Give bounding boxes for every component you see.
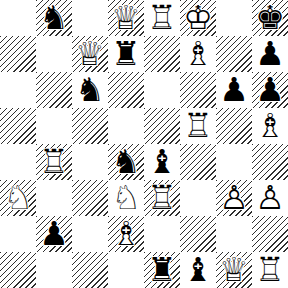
- square-f3[interactable]: [180, 180, 216, 216]
- piece-white-knight: ♞♘: [3, 180, 33, 216]
- piece-glyph: ♝: [147, 142, 177, 181]
- square-g3[interactable]: ♟♙: [216, 180, 252, 216]
- square-e1[interactable]: ♜♜: [144, 252, 180, 288]
- square-g7[interactable]: [216, 36, 252, 72]
- piece-white-king: ♚♔: [183, 0, 213, 36]
- piece-black-pawn: ♟♟: [255, 36, 285, 72]
- square-c8[interactable]: [72, 0, 108, 36]
- piece-black-knight: ♞♞: [39, 0, 69, 36]
- piece-glyph: ♖: [39, 142, 69, 181]
- piece-white-queen: ♛♕: [219, 252, 249, 288]
- piece-glyph: ♖: [147, 0, 177, 37]
- square-e8[interactable]: ♜♖: [144, 0, 180, 36]
- square-d5[interactable]: [108, 108, 144, 144]
- square-e7[interactable]: [144, 36, 180, 72]
- square-c3[interactable]: [72, 180, 108, 216]
- square-g6[interactable]: ♟♟: [216, 72, 252, 108]
- square-a2[interactable]: [0, 216, 36, 252]
- square-h6[interactable]: ♟♟: [252, 72, 288, 108]
- square-f8[interactable]: ♚♔: [180, 0, 216, 36]
- square-b3[interactable]: [36, 180, 72, 216]
- square-b1[interactable]: [36, 252, 72, 288]
- piece-glyph: ♟: [255, 70, 285, 109]
- square-d3[interactable]: ♞♘: [108, 180, 144, 216]
- square-f4[interactable]: [180, 144, 216, 180]
- piece-black-pawn: ♟♟: [219, 72, 249, 108]
- piece-white-rook: ♜♖: [39, 144, 69, 180]
- square-d8[interactable]: ♛♕: [108, 0, 144, 36]
- piece-white-bishop: ♝♗: [111, 216, 141, 252]
- piece-black-pawn: ♟♟: [255, 72, 285, 108]
- chess-board: ♞♞♛♕♜♖♚♔♚♚♛♕♜♜♝♗♟♟♞♞♟♟♟♟♜♖♝♗♜♖♞♞♝♝♞♘♞♘♜♖…: [0, 0, 288, 288]
- square-g5[interactable]: [216, 108, 252, 144]
- piece-glyph: ♗: [183, 34, 213, 73]
- piece-black-pawn: ♟♟: [39, 216, 69, 252]
- piece-glyph: ♙: [255, 178, 285, 217]
- piece-glyph: ♟: [39, 214, 69, 253]
- piece-glyph: ♖: [255, 250, 285, 288]
- square-a1[interactable]: [0, 252, 36, 288]
- square-b5[interactable]: [36, 108, 72, 144]
- piece-black-rook: ♜♜: [147, 252, 177, 288]
- piece-glyph: ♜: [111, 34, 141, 73]
- piece-black-knight: ♞♞: [111, 144, 141, 180]
- square-h1[interactable]: ♜♖: [252, 252, 288, 288]
- square-h4[interactable]: [252, 144, 288, 180]
- square-c4[interactable]: [72, 144, 108, 180]
- piece-black-bishop: ♝♝: [147, 144, 177, 180]
- piece-glyph: ♙: [219, 178, 249, 217]
- piece-glyph: ♞: [111, 142, 141, 181]
- square-a8[interactable]: [0, 0, 36, 36]
- square-e2[interactable]: [144, 216, 180, 252]
- piece-white-knight: ♞♘: [111, 180, 141, 216]
- square-b2[interactable]: ♟♟: [36, 216, 72, 252]
- square-d6[interactable]: [108, 72, 144, 108]
- square-c2[interactable]: [72, 216, 108, 252]
- piece-glyph: ♕: [75, 34, 105, 73]
- square-e6[interactable]: [144, 72, 180, 108]
- piece-black-king: ♚♚: [255, 0, 285, 36]
- square-d2[interactable]: ♝♗: [108, 216, 144, 252]
- square-d7[interactable]: ♜♜: [108, 36, 144, 72]
- piece-white-bishop: ♝♗: [255, 108, 285, 144]
- piece-glyph: ♟: [219, 70, 249, 109]
- square-a5[interactable]: [0, 108, 36, 144]
- square-d1[interactable]: [108, 252, 144, 288]
- square-h2[interactable]: [252, 216, 288, 252]
- piece-white-pawn: ♟♙: [255, 180, 285, 216]
- piece-white-bishop: ♝♗: [183, 36, 213, 72]
- square-h8[interactable]: ♚♚: [252, 0, 288, 36]
- square-g2[interactable]: [216, 216, 252, 252]
- piece-glyph: ♕: [219, 250, 249, 288]
- square-g8[interactable]: [216, 0, 252, 36]
- piece-black-knight: ♞♞: [75, 72, 105, 108]
- square-f5[interactable]: ♜♖: [180, 108, 216, 144]
- square-f6[interactable]: [180, 72, 216, 108]
- piece-white-pawn: ♟♙: [219, 180, 249, 216]
- square-h3[interactable]: ♟♙: [252, 180, 288, 216]
- piece-white-queen: ♛♕: [75, 36, 105, 72]
- piece-glyph: ♟: [255, 34, 285, 73]
- square-a3[interactable]: ♞♘: [0, 180, 36, 216]
- piece-glyph: ♞: [75, 70, 105, 109]
- square-f1[interactable]: ♝♝: [180, 252, 216, 288]
- piece-white-rook: ♜♖: [147, 0, 177, 36]
- square-b4[interactable]: ♜♖: [36, 144, 72, 180]
- piece-glyph: ♖: [183, 106, 213, 145]
- piece-black-bishop: ♝♝: [183, 252, 213, 288]
- square-c1[interactable]: [72, 252, 108, 288]
- square-b6[interactable]: [36, 72, 72, 108]
- square-g4[interactable]: [216, 144, 252, 180]
- piece-glyph: ♔: [183, 0, 213, 37]
- square-c6[interactable]: ♞♞: [72, 72, 108, 108]
- piece-white-rook: ♜♖: [255, 252, 285, 288]
- square-d4[interactable]: ♞♞: [108, 144, 144, 180]
- piece-glyph: ♕: [111, 0, 141, 37]
- square-f2[interactable]: [180, 216, 216, 252]
- square-a6[interactable]: [0, 72, 36, 108]
- piece-glyph: ♝: [183, 250, 213, 288]
- square-f7[interactable]: ♝♗: [180, 36, 216, 72]
- square-e3[interactable]: ♜♖: [144, 180, 180, 216]
- square-a7[interactable]: [0, 36, 36, 72]
- square-h7[interactable]: ♟♟: [252, 36, 288, 72]
- piece-glyph: ♚: [255, 0, 285, 37]
- piece-white-rook: ♜♖: [147, 180, 177, 216]
- square-b7[interactable]: [36, 36, 72, 72]
- piece-white-rook: ♜♖: [183, 108, 213, 144]
- square-c7[interactable]: ♛♕: [72, 36, 108, 72]
- square-e4[interactable]: ♝♝: [144, 144, 180, 180]
- piece-glyph: ♗: [255, 106, 285, 145]
- piece-glyph: ♜: [147, 250, 177, 288]
- square-b8[interactable]: ♞♞: [36, 0, 72, 36]
- piece-glyph: ♘: [111, 178, 141, 217]
- piece-black-rook: ♜♜: [111, 36, 141, 72]
- piece-glyph: ♘: [3, 178, 33, 217]
- piece-glyph: ♗: [111, 214, 141, 253]
- square-a4[interactable]: [0, 144, 36, 180]
- piece-glyph: ♞: [39, 0, 69, 37]
- square-g1[interactable]: ♛♕: [216, 252, 252, 288]
- piece-white-queen: ♛♕: [111, 0, 141, 36]
- piece-glyph: ♖: [147, 178, 177, 217]
- square-e5[interactable]: [144, 108, 180, 144]
- square-c5[interactable]: [72, 108, 108, 144]
- square-h5[interactable]: ♝♗: [252, 108, 288, 144]
